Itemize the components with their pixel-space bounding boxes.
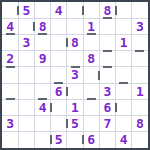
adjacency-bar-horizontal — [6, 66, 15, 68]
cell-digit[interactable]: 3 — [132, 18, 148, 34]
cell-digit[interactable]: 8 — [67, 34, 83, 50]
adjacency-bar-horizontal — [38, 33, 47, 35]
adjacency-bar-horizontal — [103, 17, 112, 19]
adjacency-bar-horizontal — [135, 50, 144, 52]
cell-digit[interactable]: 9 — [34, 51, 50, 67]
cell-digit[interactable]: 1 — [83, 18, 99, 34]
adjacency-bar-horizontal — [71, 66, 80, 68]
adjacency-bar-vertical — [33, 22, 35, 31]
adjacency-bar-vertical — [98, 71, 100, 80]
cell-digit[interactable]: 4 — [51, 2, 67, 18]
cell-digit[interactable]: 8 — [34, 18, 50, 34]
cell-digit[interactable]: 8 — [132, 116, 148, 132]
adjacency-bar-horizontal — [54, 82, 63, 84]
cell-digit[interactable]: 4 — [116, 132, 132, 148]
adjacency-bar-vertical — [50, 103, 52, 112]
adjacency-bar-vertical — [66, 87, 68, 96]
adjacency-bar-horizontal — [87, 33, 96, 35]
adjacency-bar-vertical — [66, 119, 68, 128]
adjacency-bar-vertical — [17, 6, 19, 15]
cell-digit[interactable]: 5 — [51, 132, 67, 148]
cell-digit[interactable]: 6 — [99, 99, 115, 115]
cell-digit[interactable]: 7 — [99, 116, 115, 132]
adjacency-bar-horizontal — [103, 50, 112, 52]
cell-digit[interactable]: 3 — [18, 34, 34, 50]
adjacency-bar-horizontal — [87, 98, 96, 100]
adjacency-bar-horizontal — [38, 98, 47, 100]
cell-digit[interactable]: 5 — [67, 116, 83, 132]
adjacency-bar-vertical — [115, 6, 117, 15]
cell-digit[interactable]: 3 — [2, 116, 18, 132]
cell-digit[interactable]: 1 — [67, 99, 83, 115]
cell-digit[interactable]: 5 — [18, 2, 34, 18]
adjacency-bar-horizontal — [6, 33, 15, 35]
adjacency-bar-horizontal — [6, 98, 15, 100]
adjacency-bar-vertical — [82, 135, 84, 144]
cell-digit[interactable]: 6 — [83, 132, 99, 148]
cell-digit[interactable]: 3 — [99, 83, 115, 99]
cell-digit[interactable]: 1 — [132, 83, 148, 99]
adjacency-bar-vertical — [115, 103, 117, 112]
cell-digit[interactable]: 2 — [2, 51, 18, 67]
cell-digit[interactable]: 4 — [2, 18, 18, 34]
adjacency-bar-vertical — [82, 6, 84, 15]
cell-digit[interactable]: 4 — [34, 99, 50, 115]
adjacency-bar-horizontal — [119, 82, 128, 84]
adjacency-bar-vertical — [66, 38, 68, 47]
puzzle-board[interactable]: 548481338129836314163578564 — [0, 0, 150, 150]
adjacency-bar-horizontal — [103, 66, 112, 68]
cell-digit[interactable]: 8 — [83, 51, 99, 67]
cell-digit[interactable]: 8 — [99, 2, 115, 18]
cell-digit[interactable]: 3 — [67, 67, 83, 83]
cell-digit[interactable]: 1 — [116, 34, 132, 50]
adjacency-bar-vertical — [50, 135, 52, 144]
cell-digit[interactable]: 6 — [51, 83, 67, 99]
